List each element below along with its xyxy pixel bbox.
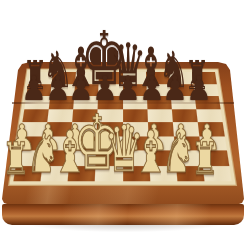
dark-pawn: ♟ [21,71,47,105]
dark-pawn: ♟ [186,71,212,105]
dark-pawn: ♟ [45,71,71,105]
dark-pawn: ♟ [139,71,165,105]
light-rook: ♜ [191,137,219,181]
pieces-layer: ♜♞♝♚♛♝♞♜♟♟♟♟♟♟♟♟♟♟♟♟♟♟♟♟♜♞♝♚♛♝♞♜ [0,0,250,250]
light-knight: ♞ [161,127,195,181]
chess-set-photo: ♜♞♝♚♛♝♞♜♟♟♟♟♟♟♟♟♟♟♟♟♟♟♟♟♜♞♝♚♛♝♞♜ [0,0,250,250]
dark-pawn: ♟ [162,71,188,105]
